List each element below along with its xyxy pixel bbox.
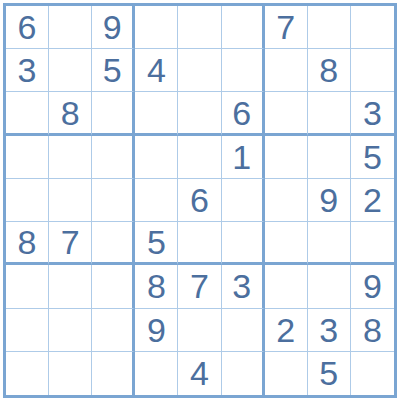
cell-r3c2[interactable]: 8	[49, 92, 92, 135]
cell-r7c6[interactable]: 3	[222, 265, 265, 308]
cell-r8c9[interactable]: 8	[351, 309, 394, 352]
cell-r3c1[interactable]	[6, 92, 49, 135]
cell-r8c1[interactable]	[6, 309, 49, 352]
cell-r8c7[interactable]: 2	[265, 309, 308, 352]
cell-r2c5[interactable]	[178, 49, 221, 92]
cell-r7c5[interactable]: 7	[178, 265, 221, 308]
cell-r5c2[interactable]	[49, 179, 92, 222]
cell-r9c2[interactable]	[49, 352, 92, 395]
cell-r1c1[interactable]: 6	[6, 6, 49, 49]
cell-r3c6[interactable]: 6	[222, 92, 265, 135]
cell-r7c9[interactable]: 9	[351, 265, 394, 308]
cell-r5c9[interactable]: 2	[351, 179, 394, 222]
cell-r7c8[interactable]	[308, 265, 351, 308]
cell-r5c4[interactable]	[135, 179, 178, 222]
cell-r1c6[interactable]	[222, 6, 265, 49]
cell-r8c8[interactable]: 3	[308, 309, 351, 352]
cell-r6c5[interactable]	[178, 222, 221, 265]
cell-r7c1[interactable]	[6, 265, 49, 308]
cell-r6c3[interactable]	[92, 222, 135, 265]
cell-r5c3[interactable]	[92, 179, 135, 222]
cell-r2c9[interactable]	[351, 49, 394, 92]
cell-r2c1[interactable]: 3	[6, 49, 49, 92]
cell-r3c9[interactable]: 3	[351, 92, 394, 135]
cell-r1c3[interactable]: 9	[92, 6, 135, 49]
cell-r2c8[interactable]: 8	[308, 49, 351, 92]
cell-r8c5[interactable]	[178, 309, 221, 352]
cell-r5c6[interactable]	[222, 179, 265, 222]
cell-r2c3[interactable]: 5	[92, 49, 135, 92]
cell-r9c5[interactable]: 4	[178, 352, 221, 395]
cell-r4c2[interactable]	[49, 136, 92, 179]
cell-r6c7[interactable]	[265, 222, 308, 265]
cell-r3c7[interactable]	[265, 92, 308, 135]
cell-r6c6[interactable]	[222, 222, 265, 265]
cell-r6c2[interactable]: 7	[49, 222, 92, 265]
cell-r1c5[interactable]	[178, 6, 221, 49]
sudoku-board-container: 6973548863156928758739923845	[0, 0, 400, 401]
cell-r7c4[interactable]: 8	[135, 265, 178, 308]
cell-r7c7[interactable]	[265, 265, 308, 308]
cell-r1c4[interactable]	[135, 6, 178, 49]
cell-r2c7[interactable]	[265, 49, 308, 92]
cell-r2c4[interactable]: 4	[135, 49, 178, 92]
cell-r1c7[interactable]: 7	[265, 6, 308, 49]
cell-r4c7[interactable]	[265, 136, 308, 179]
cell-r4c5[interactable]	[178, 136, 221, 179]
cell-r5c8[interactable]: 9	[308, 179, 351, 222]
cell-r9c9[interactable]	[351, 352, 394, 395]
cell-r1c9[interactable]	[351, 6, 394, 49]
cell-r5c1[interactable]	[6, 179, 49, 222]
cell-r9c6[interactable]	[222, 352, 265, 395]
cell-r3c4[interactable]	[135, 92, 178, 135]
cell-r6c8[interactable]	[308, 222, 351, 265]
cell-r6c9[interactable]	[351, 222, 394, 265]
cell-r7c2[interactable]	[49, 265, 92, 308]
cell-r3c8[interactable]	[308, 92, 351, 135]
cell-r4c6[interactable]: 1	[222, 136, 265, 179]
cell-r8c6[interactable]	[222, 309, 265, 352]
cell-r9c1[interactable]	[6, 352, 49, 395]
cell-r6c1[interactable]: 8	[6, 222, 49, 265]
cell-r8c4[interactable]: 9	[135, 309, 178, 352]
cell-r1c8[interactable]	[308, 6, 351, 49]
cell-r7c3[interactable]	[92, 265, 135, 308]
cell-r9c7[interactable]	[265, 352, 308, 395]
sudoku-board: 6973548863156928758739923845	[3, 3, 397, 398]
cell-r3c5[interactable]	[178, 92, 221, 135]
cell-r9c4[interactable]	[135, 352, 178, 395]
cell-r4c4[interactable]	[135, 136, 178, 179]
cell-r4c9[interactable]: 5	[351, 136, 394, 179]
cell-r1c2[interactable]	[49, 6, 92, 49]
cell-r2c2[interactable]	[49, 49, 92, 92]
cell-r9c3[interactable]	[92, 352, 135, 395]
cell-r4c3[interactable]	[92, 136, 135, 179]
cell-r4c8[interactable]	[308, 136, 351, 179]
cell-r8c3[interactable]	[92, 309, 135, 352]
cell-r3c3[interactable]	[92, 92, 135, 135]
cell-r9c8[interactable]: 5	[308, 352, 351, 395]
cell-r8c2[interactable]	[49, 309, 92, 352]
cell-r2c6[interactable]	[222, 49, 265, 92]
cell-r5c5[interactable]: 6	[178, 179, 221, 222]
cell-r5c7[interactable]	[265, 179, 308, 222]
cell-r6c4[interactable]: 5	[135, 222, 178, 265]
cell-r4c1[interactable]	[6, 136, 49, 179]
